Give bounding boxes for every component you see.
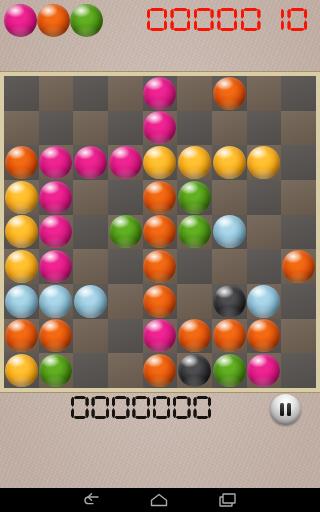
board-cell-r0c7[interactable]	[247, 76, 282, 111]
ball-orange[interactable]	[247, 319, 280, 352]
ball-black[interactable]	[178, 354, 211, 387]
ball-yellow[interactable]	[5, 250, 38, 283]
ball-green[interactable]	[178, 215, 211, 248]
board-cell-r8c0[interactable]	[4, 353, 39, 388]
ball-pink[interactable]	[74, 146, 107, 179]
board-cell-r8c3[interactable]	[108, 353, 143, 388]
ball-green[interactable]	[178, 181, 211, 214]
android-nav-bar	[0, 488, 320, 512]
board-cell-r7c7[interactable]	[247, 319, 282, 354]
board-cell-r5c6[interactable]	[212, 249, 247, 284]
board-cell-r1c2[interactable]	[73, 111, 108, 146]
lcd-digit	[170, 8, 190, 31]
board-cell-r4c0[interactable]	[4, 215, 39, 250]
board-cell-r1c3[interactable]	[108, 111, 143, 146]
game-board	[4, 76, 316, 388]
ball-pink[interactable]	[109, 146, 142, 179]
ball-blue[interactable]	[247, 285, 280, 318]
board-cell-r6c4[interactable]	[143, 284, 178, 319]
board-cell-r3c6[interactable]	[212, 180, 247, 215]
board-cell-r8c1[interactable]	[39, 353, 74, 388]
board-cell-r0c5[interactable]	[177, 76, 212, 111]
pause-icon	[287, 403, 291, 416]
ball-pink[interactable]	[143, 111, 176, 144]
ball-orange[interactable]	[143, 215, 176, 248]
lcd-digit	[132, 396, 150, 419]
ball-yellow[interactable]	[247, 146, 280, 179]
lcd-digit	[217, 8, 237, 31]
ball-green[interactable]	[39, 354, 72, 387]
board-cell-r3c5[interactable]	[177, 180, 212, 215]
lcd-digit	[112, 396, 130, 419]
board-cell-r0c8[interactable]	[281, 76, 316, 111]
board-cell-r2c7[interactable]	[247, 145, 282, 180]
board-cell-r4c2[interactable]	[73, 215, 108, 250]
board-cell-r0c0[interactable]	[4, 76, 39, 111]
board-cell-r3c4[interactable]	[143, 180, 178, 215]
next-ball-orange	[37, 4, 70, 37]
ball-black[interactable]	[213, 285, 246, 318]
board-cell-r7c4[interactable]	[143, 319, 178, 354]
board-cell-r5c5[interactable]	[177, 249, 212, 284]
board-cell-r3c2[interactable]	[73, 180, 108, 215]
board-cell-r5c1[interactable]	[39, 249, 74, 284]
ball-blue[interactable]	[5, 285, 38, 318]
board-cell-r6c1[interactable]	[39, 284, 74, 319]
board-cell-r7c8[interactable]	[281, 319, 316, 354]
board-cell-r2c6[interactable]	[212, 145, 247, 180]
pause-icon	[280, 403, 284, 416]
board-cell-r3c8[interactable]	[281, 180, 316, 215]
board-cell-r0c6[interactable]	[212, 76, 247, 111]
lcd-digit	[147, 8, 167, 31]
ball-orange[interactable]	[143, 354, 176, 387]
board-cell-r0c2[interactable]	[73, 76, 108, 111]
ball-yellow[interactable]	[5, 181, 38, 214]
board-cell-r3c1[interactable]	[39, 180, 74, 215]
board-cell-r5c0[interactable]	[4, 249, 39, 284]
board-cell-r8c8[interactable]	[281, 353, 316, 388]
ball-pink[interactable]	[143, 77, 176, 110]
board-cell-r0c4[interactable]	[143, 76, 178, 111]
score-lcd-display	[71, 396, 211, 419]
board-cell-r2c3[interactable]	[108, 145, 143, 180]
lcd-digit	[194, 8, 214, 31]
ball-orange[interactable]	[143, 181, 176, 214]
board-cell-r7c5[interactable]	[177, 319, 212, 354]
ball-yellow[interactable]	[178, 146, 211, 179]
lcd-digit	[193, 396, 211, 419]
ball-orange[interactable]	[5, 319, 38, 352]
ball-pink[interactable]	[143, 319, 176, 352]
board-cell-r1c6[interactable]	[212, 111, 247, 146]
board-cell-r6c0[interactable]	[4, 284, 39, 319]
board-cell-r4c3[interactable]	[108, 215, 143, 250]
board-cell-r0c3[interactable]	[108, 76, 143, 111]
board-cell-r6c5[interactable]	[177, 284, 212, 319]
ball-orange[interactable]	[39, 319, 72, 352]
board-cell-r6c8[interactable]	[281, 284, 316, 319]
board-cell-r0c1[interactable]	[39, 76, 74, 111]
pause-button[interactable]	[270, 394, 301, 425]
recents-icon[interactable]	[217, 492, 237, 508]
board-cell-r5c3[interactable]	[108, 249, 143, 284]
ball-blue[interactable]	[39, 285, 72, 318]
lcd-digit	[287, 8, 307, 31]
lcd-digit	[153, 396, 171, 419]
board-cell-r7c6[interactable]	[212, 319, 247, 354]
ball-orange[interactable]	[178, 319, 211, 352]
board-cell-r1c5[interactable]	[177, 111, 212, 146]
board-cell-r8c5[interactable]	[177, 353, 212, 388]
ball-orange[interactable]	[282, 250, 315, 283]
ball-orange[interactable]	[5, 146, 38, 179]
back-icon[interactable]	[82, 492, 102, 508]
ball-orange[interactable]	[143, 285, 176, 318]
board-cell-r1c8[interactable]	[281, 111, 316, 146]
board-cell-r4c6[interactable]	[212, 215, 247, 250]
board-cell-r4c8[interactable]	[281, 215, 316, 250]
board-cell-r4c5[interactable]	[177, 215, 212, 250]
board-cell-r5c8[interactable]	[281, 249, 316, 284]
board-cell-r6c3[interactable]	[108, 284, 143, 319]
board-cell-r8c6[interactable]	[212, 353, 247, 388]
board-cell-r5c4[interactable]	[143, 249, 178, 284]
board-cell-r1c1[interactable]	[39, 111, 74, 146]
ball-green[interactable]	[213, 354, 246, 387]
board-cell-r7c1[interactable]	[39, 319, 74, 354]
lcd-digit	[173, 396, 191, 419]
next-ball-pink	[4, 4, 37, 37]
ball-blue[interactable]	[74, 285, 107, 318]
board-cell-r2c8[interactable]	[281, 145, 316, 180]
board-cell-r1c4[interactable]	[143, 111, 178, 146]
ball-pink[interactable]	[39, 146, 72, 179]
ball-yellow[interactable]	[213, 146, 246, 179]
board-cell-r6c7[interactable]	[247, 284, 282, 319]
board-cell-r8c2[interactable]	[73, 353, 108, 388]
lcd-digit	[264, 8, 284, 31]
board-cell-r7c2[interactable]	[73, 319, 108, 354]
top-lcd-display	[147, 8, 307, 31]
ball-blue[interactable]	[213, 215, 246, 248]
board-cell-r2c5[interactable]	[177, 145, 212, 180]
board-cell-r2c2[interactable]	[73, 145, 108, 180]
ball-orange[interactable]	[213, 319, 246, 352]
lcd-digit	[71, 396, 89, 419]
board-frame	[0, 72, 320, 392]
board-cell-r5c7[interactable]	[247, 249, 282, 284]
ball-pink[interactable]	[39, 215, 72, 248]
board-cell-r4c1[interactable]	[39, 215, 74, 250]
lcd-digit	[241, 8, 261, 31]
ball-yellow[interactable]	[5, 354, 38, 387]
board-cell-r4c4[interactable]	[143, 215, 178, 250]
ball-yellow[interactable]	[5, 215, 38, 248]
ball-pink[interactable]	[39, 250, 72, 283]
board-cell-r8c4[interactable]	[143, 353, 178, 388]
lcd-digit	[91, 396, 109, 419]
game-screen	[0, 0, 320, 512]
board-cell-r2c4[interactable]	[143, 145, 178, 180]
board-cell-r6c6[interactable]	[212, 284, 247, 319]
board-cell-r8c7[interactable]	[247, 353, 282, 388]
board-cell-r2c1[interactable]	[39, 145, 74, 180]
board-cell-r6c2[interactable]	[73, 284, 108, 319]
next-balls-preview	[4, 4, 103, 37]
board-cell-r2c0[interactable]	[4, 145, 39, 180]
ball-orange[interactable]	[143, 250, 176, 283]
board-cell-r1c0[interactable]	[4, 111, 39, 146]
ball-green[interactable]	[109, 215, 142, 248]
board-cell-r3c3[interactable]	[108, 180, 143, 215]
ball-pink[interactable]	[247, 354, 280, 387]
ball-pink[interactable]	[39, 181, 72, 214]
board-cell-r5c2[interactable]	[73, 249, 108, 284]
ball-yellow[interactable]	[143, 146, 176, 179]
board-cell-r7c0[interactable]	[4, 319, 39, 354]
next-ball-green	[70, 4, 103, 37]
board-cell-r4c7[interactable]	[247, 215, 282, 250]
board-cell-r3c0[interactable]	[4, 180, 39, 215]
ball-orange[interactable]	[213, 77, 246, 110]
home-icon[interactable]	[149, 492, 169, 508]
board-cell-r3c7[interactable]	[247, 180, 282, 215]
board-cell-r7c3[interactable]	[108, 319, 143, 354]
board-cell-r1c7[interactable]	[247, 111, 282, 146]
